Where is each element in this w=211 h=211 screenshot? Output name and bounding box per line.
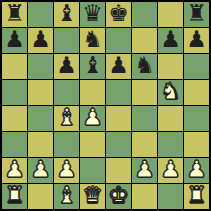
square-f8[interactable] (132, 2, 157, 27)
square-d4[interactable]: ♟ (80, 106, 105, 131)
square-g3[interactable] (158, 132, 183, 157)
square-f7[interactable] (132, 28, 157, 53)
square-a3[interactable] (2, 132, 27, 157)
square-b2[interactable]: ♟ (28, 158, 53, 183)
black-pawn-icon[interactable]: ♟ (4, 28, 25, 52)
square-b7[interactable]: ♟ (28, 28, 53, 53)
square-d2[interactable] (80, 158, 105, 183)
square-f2[interactable]: ♟ (132, 158, 157, 183)
square-c3[interactable] (54, 132, 79, 157)
square-g2[interactable]: ♟ (158, 158, 183, 183)
white-pawn-icon[interactable]: ♟ (4, 158, 25, 182)
square-c5[interactable] (54, 80, 79, 105)
square-g4[interactable] (158, 106, 183, 131)
square-e7[interactable] (106, 28, 131, 53)
chess-board-window: ♜♝♛♚♜♟♟♞♟♟♟♝♟♞♞♝♟♟♟♟♟♟♟♜♝♛♚♜ (0, 0, 211, 211)
square-e6[interactable]: ♟ (106, 54, 131, 79)
square-g1[interactable] (158, 184, 183, 209)
black-queen-icon[interactable]: ♛ (82, 2, 103, 26)
square-c8[interactable]: ♝ (54, 2, 79, 27)
square-g8[interactable] (158, 2, 183, 27)
square-b3[interactable] (28, 132, 53, 157)
black-rook-icon[interactable]: ♜ (186, 2, 207, 26)
square-c1[interactable]: ♝ (54, 184, 79, 209)
square-a5[interactable] (2, 80, 27, 105)
square-f4[interactable] (132, 106, 157, 131)
white-pawn-icon[interactable]: ♟ (82, 106, 103, 130)
square-e8[interactable]: ♚ (106, 2, 131, 27)
square-b4[interactable] (28, 106, 53, 131)
square-h6[interactable] (184, 54, 209, 79)
square-h5[interactable] (184, 80, 209, 105)
black-knight-icon[interactable]: ♞ (82, 28, 103, 52)
white-pawn-icon[interactable]: ♟ (134, 158, 155, 182)
chess-board: ♜♝♛♚♜♟♟♞♟♟♟♝♟♞♞♝♟♟♟♟♟♟♟♜♝♛♚♜ (0, 0, 211, 211)
square-f1[interactable] (132, 184, 157, 209)
square-a6[interactable] (2, 54, 27, 79)
square-h8[interactable]: ♜ (184, 2, 209, 27)
square-a1[interactable]: ♜ (2, 184, 27, 209)
black-pawn-icon[interactable]: ♟ (186, 28, 207, 52)
square-e4[interactable] (106, 106, 131, 131)
square-h2[interactable]: ♟ (184, 158, 209, 183)
square-a4[interactable] (2, 106, 27, 131)
square-f5[interactable] (132, 80, 157, 105)
white-pawn-icon[interactable]: ♟ (186, 158, 207, 182)
square-c6[interactable]: ♟ (54, 54, 79, 79)
square-f3[interactable] (132, 132, 157, 157)
square-d5[interactable] (80, 80, 105, 105)
white-bishop-icon[interactable]: ♝ (56, 184, 77, 208)
black-pawn-icon[interactable]: ♟ (56, 54, 77, 78)
black-pawn-icon[interactable]: ♟ (30, 28, 51, 52)
square-h1[interactable]: ♜ (184, 184, 209, 209)
square-d8[interactable]: ♛ (80, 2, 105, 27)
black-knight-icon[interactable]: ♞ (134, 54, 155, 78)
square-d3[interactable] (80, 132, 105, 157)
square-b8[interactable] (28, 2, 53, 27)
square-a8[interactable]: ♜ (2, 2, 27, 27)
black-king-icon[interactable]: ♚ (108, 2, 129, 26)
square-g7[interactable]: ♟ (158, 28, 183, 53)
square-e3[interactable] (106, 132, 131, 157)
square-g6[interactable] (158, 54, 183, 79)
white-queen-icon[interactable]: ♛ (82, 184, 103, 208)
square-d1[interactable]: ♛ (80, 184, 105, 209)
square-f6[interactable]: ♞ (132, 54, 157, 79)
square-e5[interactable] (106, 80, 131, 105)
black-pawn-icon[interactable]: ♟ (108, 54, 129, 78)
square-b6[interactable] (28, 54, 53, 79)
square-c2[interactable]: ♟ (54, 158, 79, 183)
black-rook-icon[interactable]: ♜ (4, 2, 25, 26)
black-bishop-icon[interactable]: ♝ (56, 2, 77, 26)
square-d6[interactable]: ♝ (80, 54, 105, 79)
white-bishop-icon[interactable]: ♝ (56, 106, 77, 130)
square-h7[interactable]: ♟ (184, 28, 209, 53)
square-g5[interactable]: ♞ (158, 80, 183, 105)
square-b5[interactable] (28, 80, 53, 105)
square-d7[interactable]: ♞ (80, 28, 105, 53)
square-c7[interactable] (54, 28, 79, 53)
square-b1[interactable] (28, 184, 53, 209)
square-e1[interactable]: ♚ (106, 184, 131, 209)
black-bishop-icon[interactable]: ♝ (82, 54, 103, 78)
square-e2[interactable] (106, 158, 131, 183)
square-a2[interactable]: ♟ (2, 158, 27, 183)
white-pawn-icon[interactable]: ♟ (56, 158, 77, 182)
white-king-icon[interactable]: ♚ (108, 184, 129, 208)
square-a7[interactable]: ♟ (2, 28, 27, 53)
white-rook-icon[interactable]: ♜ (186, 184, 207, 208)
white-pawn-icon[interactable]: ♟ (160, 158, 181, 182)
white-rook-icon[interactable]: ♜ (4, 184, 25, 208)
square-h4[interactable] (184, 106, 209, 131)
white-knight-icon[interactable]: ♞ (160, 80, 181, 104)
black-pawn-icon[interactable]: ♟ (160, 28, 181, 52)
square-h3[interactable] (184, 132, 209, 157)
white-pawn-icon[interactable]: ♟ (30, 158, 51, 182)
square-c4[interactable]: ♝ (54, 106, 79, 131)
